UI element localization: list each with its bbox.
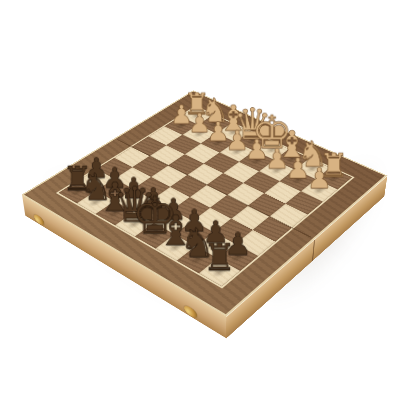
brass-latch-icon xyxy=(33,213,44,227)
square: ♜ xyxy=(199,258,240,286)
board-top-frame: ♜♟♟♜♞♟♟♞♝♟♟♝♛♟♟♛♚♟♟♚♝♟♟♝♞♟♟♞♜♟♟♜ xyxy=(21,90,387,316)
white-pawn: ♟ xyxy=(307,165,332,193)
black-rook: ♜ xyxy=(203,239,236,276)
square xyxy=(207,173,244,195)
chess-board: ♜♟♟♜♞♟♟♞♝♟♟♝♛♟♟♛♚♟♟♚♝♟♟♝♞♟♟♞♜♟♟♜ xyxy=(21,90,387,316)
brass-latch-icon xyxy=(184,304,197,320)
fold-seam-side xyxy=(312,240,315,262)
chess-set-photo: ♜♟♟♜♞♟♟♞♝♟♟♝♛♟♟♛♚♟♟♚♝♟♟♝♞♟♟♞♜♟♟♜ xyxy=(0,0,400,400)
